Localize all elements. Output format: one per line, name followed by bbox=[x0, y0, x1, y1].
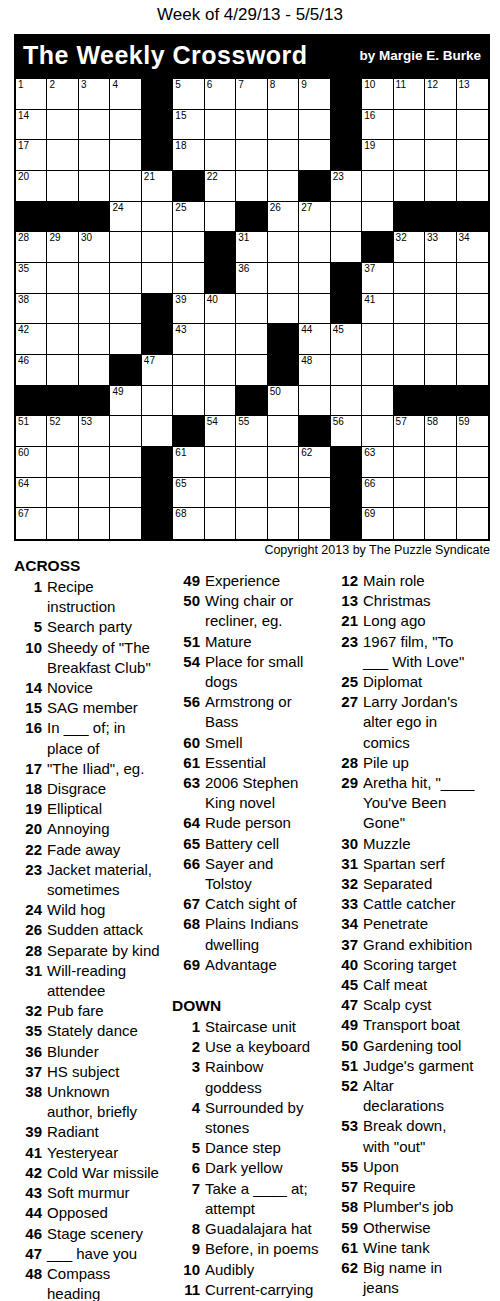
clue-number: 12 bbox=[330, 571, 358, 591]
cell-number: 38 bbox=[18, 295, 29, 305]
clue-number: 54 bbox=[172, 652, 200, 692]
grid-cell[interactable] bbox=[205, 508, 236, 539]
grid-cell[interactable] bbox=[47, 140, 78, 171]
clue-number: 51 bbox=[330, 1056, 358, 1076]
grid-cell[interactable]: 16 bbox=[362, 110, 393, 141]
grid-cell[interactable]: 46 bbox=[16, 355, 47, 386]
grid-cell[interactable]: 58 bbox=[425, 416, 456, 447]
grid-cell[interactable]: 48 bbox=[299, 355, 330, 386]
clue-across-69: 69Advantage bbox=[172, 955, 329, 975]
clue-column-3: 12Main role13Christmas21Long ago231967 f… bbox=[330, 555, 497, 1298]
grid-cell[interactable] bbox=[299, 263, 330, 294]
grid-cell[interactable] bbox=[173, 386, 204, 417]
cell-number: 10 bbox=[364, 80, 375, 90]
clue-number: 2 bbox=[172, 1037, 200, 1057]
clue-text: Calf meat bbox=[363, 975, 497, 995]
grid-cell[interactable] bbox=[299, 478, 330, 509]
cell-number: 3 bbox=[81, 80, 87, 90]
grid-cell[interactable]: 42 bbox=[16, 324, 47, 355]
grid-cell[interactable] bbox=[457, 140, 488, 171]
grid-cell[interactable]: 4 bbox=[110, 79, 141, 110]
grid-cell[interactable] bbox=[425, 171, 456, 202]
grid-cell-black bbox=[331, 508, 362, 539]
grid-cell[interactable]: 6 bbox=[205, 79, 236, 110]
grid-cell[interactable] bbox=[457, 110, 488, 141]
grid-cell[interactable]: 44 bbox=[299, 324, 330, 355]
grid-cell[interactable] bbox=[236, 478, 267, 509]
grid-cell[interactable] bbox=[394, 355, 425, 386]
clue-text: Current-carrying bbox=[205, 1280, 329, 1300]
grid-cell[interactable]: 51 bbox=[16, 416, 47, 447]
grid-cell[interactable] bbox=[268, 508, 299, 539]
clue-number: 6 bbox=[172, 1158, 200, 1178]
grid-cell[interactable] bbox=[299, 232, 330, 263]
grid-cell[interactable]: 25 bbox=[173, 202, 204, 233]
grid-cell[interactable] bbox=[205, 110, 236, 141]
grid-cell[interactable] bbox=[394, 508, 425, 539]
grid-cell[interactable]: 22 bbox=[205, 171, 236, 202]
grid-cell[interactable]: 7 bbox=[236, 79, 267, 110]
grid-cell[interactable] bbox=[110, 171, 141, 202]
cell-number: 2 bbox=[49, 80, 55, 90]
grid-cell[interactable] bbox=[142, 202, 173, 233]
grid-cell[interactable] bbox=[299, 294, 330, 325]
clue-number: 53 bbox=[330, 1116, 358, 1156]
clue-down-33: 33Cattle catcher bbox=[330, 894, 497, 914]
grid-cell[interactable]: 50 bbox=[268, 386, 299, 417]
grid-cell[interactable]: 55 bbox=[236, 416, 267, 447]
cell-number: 13 bbox=[459, 80, 470, 90]
grid-cell[interactable] bbox=[331, 232, 362, 263]
grid-cell[interactable]: 35 bbox=[16, 263, 47, 294]
grid-cell[interactable] bbox=[47, 508, 78, 539]
clue-down-57: 57Require bbox=[330, 1177, 497, 1197]
grid-cell-black bbox=[173, 416, 204, 447]
clue-across-35: 35Stately dance bbox=[14, 1021, 170, 1041]
grid-cell[interactable] bbox=[205, 386, 236, 417]
clue-across-54: 54Place for small dogs bbox=[172, 652, 329, 692]
clue-across-63: 632006 Stephen King novel bbox=[172, 773, 329, 813]
grid-cell[interactable] bbox=[79, 324, 110, 355]
grid-cell[interactable]: 8 bbox=[268, 79, 299, 110]
grid-cell[interactable] bbox=[236, 294, 267, 325]
grid-cell[interactable] bbox=[205, 140, 236, 171]
grid-cell[interactable] bbox=[457, 324, 488, 355]
grid-cell[interactable] bbox=[47, 355, 78, 386]
grid-cell[interactable] bbox=[425, 355, 456, 386]
clue-text: Unknown author, briefly bbox=[47, 1082, 170, 1122]
grid-cell[interactable] bbox=[331, 355, 362, 386]
clue-across-48: 48Compass heading bbox=[14, 1264, 170, 1301]
cell-number: 35 bbox=[18, 264, 29, 274]
grid-cell[interactable] bbox=[110, 263, 141, 294]
grid-cell[interactable] bbox=[79, 478, 110, 509]
grid-cell-black bbox=[79, 386, 110, 417]
grid-cell[interactable] bbox=[457, 263, 488, 294]
clue-number: 10 bbox=[14, 638, 42, 678]
grid-cell[interactable] bbox=[331, 386, 362, 417]
grid-cell-black bbox=[142, 140, 173, 171]
grid-cell-black bbox=[299, 416, 330, 447]
clue-number: 24 bbox=[14, 900, 42, 920]
grid-cell[interactable] bbox=[457, 447, 488, 478]
grid-cell[interactable] bbox=[362, 171, 393, 202]
grid-cell[interactable]: 57 bbox=[394, 416, 425, 447]
grid-cell[interactable] bbox=[47, 171, 78, 202]
clue-text: Before, in poems bbox=[205, 1239, 329, 1259]
grid-cell[interactable] bbox=[425, 478, 456, 509]
grid-cell[interactable] bbox=[236, 140, 267, 171]
grid-cell[interactable]: 60 bbox=[16, 447, 47, 478]
grid-cell[interactable] bbox=[205, 447, 236, 478]
clue-down-13: 13Christmas bbox=[330, 591, 497, 611]
grid-cell[interactable] bbox=[394, 447, 425, 478]
clue-number: 25 bbox=[330, 672, 358, 692]
clue-down-59: 59Otherwise bbox=[330, 1218, 497, 1238]
grid-cell[interactable]: 2 bbox=[47, 79, 78, 110]
grid-cell[interactable] bbox=[362, 324, 393, 355]
grid-cell[interactable]: 28 bbox=[16, 232, 47, 263]
cell-number: 40 bbox=[207, 295, 218, 305]
clue-down-50: 50Gardening tool bbox=[330, 1036, 497, 1056]
grid-cell-black bbox=[47, 386, 78, 417]
crossword-title: The Weekly Crossword bbox=[23, 41, 308, 70]
grid-cell[interactable]: 53 bbox=[79, 416, 110, 447]
grid-cell[interactable] bbox=[47, 324, 78, 355]
clue-down-8: 8Guadalajara hat bbox=[172, 1219, 329, 1239]
grid-cell[interactable] bbox=[394, 171, 425, 202]
grid-cell-black bbox=[425, 386, 456, 417]
grid-cell[interactable] bbox=[268, 416, 299, 447]
grid-cell[interactable] bbox=[457, 355, 488, 386]
grid-cell[interactable] bbox=[457, 508, 488, 539]
clue-text: Transport boat bbox=[363, 1015, 497, 1035]
grid-cell[interactable] bbox=[236, 355, 267, 386]
clue-text: Scoring target bbox=[363, 955, 497, 975]
clue-across-15: 15SAG member bbox=[14, 698, 170, 718]
clue-text: Separated bbox=[363, 874, 497, 894]
grid-cell[interactable] bbox=[299, 140, 330, 171]
grid-cell[interactable] bbox=[142, 386, 173, 417]
clue-text: Otherwise bbox=[363, 1218, 497, 1238]
grid-cell[interactable] bbox=[47, 294, 78, 325]
grid-cell[interactable] bbox=[110, 416, 141, 447]
grid-cell[interactable] bbox=[394, 478, 425, 509]
grid-cell[interactable]: 17 bbox=[16, 140, 47, 171]
grid-cell[interactable] bbox=[331, 202, 362, 233]
grid-cell[interactable] bbox=[205, 324, 236, 355]
grid-cell[interactable]: 33 bbox=[425, 232, 456, 263]
clue-text: Stage scenery bbox=[47, 1224, 170, 1244]
grid-cell[interactable] bbox=[268, 263, 299, 294]
grid-cell[interactable]: 3 bbox=[79, 79, 110, 110]
grid-cell[interactable]: 13 bbox=[457, 79, 488, 110]
grid-cell[interactable] bbox=[47, 447, 78, 478]
grid-cell[interactable] bbox=[79, 171, 110, 202]
grid-cell-black bbox=[142, 294, 173, 325]
grid-cell[interactable]: 10 bbox=[362, 79, 393, 110]
grid-cell[interactable] bbox=[236, 508, 267, 539]
grid-cell[interactable] bbox=[110, 447, 141, 478]
grid-cell[interactable]: 61 bbox=[173, 447, 204, 478]
cell-number: 9 bbox=[301, 80, 307, 90]
clue-text: Diplomat bbox=[363, 672, 497, 692]
grid-cell-black bbox=[331, 447, 362, 478]
clue-down-52: 52Altar declarations bbox=[330, 1076, 497, 1116]
across-header: ACROSS bbox=[14, 555, 170, 577]
clue-number: 33 bbox=[330, 894, 358, 914]
grid-cell[interactable]: 24 bbox=[110, 202, 141, 233]
clue-number: 56 bbox=[172, 692, 200, 732]
cell-number: 57 bbox=[396, 417, 407, 427]
clue-text: Gardening tool bbox=[363, 1036, 497, 1056]
grid-cell[interactable]: 47 bbox=[142, 355, 173, 386]
grid-cell[interactable]: 20 bbox=[16, 171, 47, 202]
grid-cell[interactable]: 67 bbox=[16, 508, 47, 539]
grid-cell[interactable] bbox=[79, 508, 110, 539]
grid-cell[interactable] bbox=[425, 447, 456, 478]
grid-cell[interactable]: 23 bbox=[331, 171, 362, 202]
grid-cell[interactable]: 1 bbox=[16, 79, 47, 110]
clue-across-43: 43Soft murmur bbox=[14, 1183, 170, 1203]
grid-cell[interactable] bbox=[362, 416, 393, 447]
clue-text: Plumber's job bbox=[363, 1197, 497, 1217]
clue-number: 50 bbox=[172, 591, 200, 631]
clue-number: 38 bbox=[14, 1082, 42, 1122]
grid-cell[interactable] bbox=[205, 355, 236, 386]
clue-text: Require bbox=[363, 1177, 497, 1197]
grid-cell[interactable] bbox=[425, 140, 456, 171]
clue-number: 23 bbox=[14, 860, 42, 900]
grid-cell[interactable]: 59 bbox=[457, 416, 488, 447]
grid-cell[interactable]: 68 bbox=[173, 508, 204, 539]
grid-cell[interactable] bbox=[268, 294, 299, 325]
clue-number: 32 bbox=[330, 874, 358, 894]
grid-cell[interactable]: 52 bbox=[47, 416, 78, 447]
grid-cell[interactable] bbox=[394, 294, 425, 325]
cell-number: 30 bbox=[81, 233, 92, 243]
grid-cell-black bbox=[142, 508, 173, 539]
grid-cell[interactable] bbox=[173, 232, 204, 263]
grid-cell[interactable]: 32 bbox=[394, 232, 425, 263]
cell-number: 20 bbox=[18, 172, 29, 182]
clue-across-24: 24Wild hog bbox=[14, 900, 170, 920]
grid-cell[interactable]: 69 bbox=[362, 508, 393, 539]
grid-cell[interactable] bbox=[205, 478, 236, 509]
grid-cell[interactable] bbox=[394, 263, 425, 294]
grid-cell[interactable] bbox=[236, 447, 267, 478]
clue-text: Battery cell bbox=[205, 834, 329, 854]
grid-cell[interactable]: 31 bbox=[236, 232, 267, 263]
clue-text: HS subject bbox=[47, 1062, 170, 1082]
grid-cell[interactable] bbox=[79, 294, 110, 325]
clue-number: 16 bbox=[14, 718, 42, 758]
clue-text: Altar declarations bbox=[363, 1076, 497, 1116]
grid-cell[interactable]: 29 bbox=[47, 232, 78, 263]
clue-number: 49 bbox=[172, 571, 200, 591]
grid-cell[interactable] bbox=[457, 171, 488, 202]
grid-cell[interactable] bbox=[79, 447, 110, 478]
cell-number: 44 bbox=[301, 325, 312, 335]
grid-cell-black bbox=[268, 324, 299, 355]
grid-cell[interactable] bbox=[142, 416, 173, 447]
clue-text: Advantage bbox=[205, 955, 329, 975]
grid-cell[interactable]: 43 bbox=[173, 324, 204, 355]
grid-cell[interactable]: 9 bbox=[299, 79, 330, 110]
grid-cell[interactable]: 36 bbox=[236, 263, 267, 294]
clue-text: Scalp cyst bbox=[363, 995, 497, 1015]
grid-cell[interactable]: 37 bbox=[362, 263, 393, 294]
clue-text: Yesteryear bbox=[47, 1143, 170, 1163]
grid-cell[interactable] bbox=[425, 263, 456, 294]
grid-cell[interactable]: 66 bbox=[362, 478, 393, 509]
clue-across-10: 10Sheedy of "The Breakfast Club" bbox=[14, 638, 170, 678]
grid-cell[interactable] bbox=[79, 263, 110, 294]
grid-cell[interactable] bbox=[110, 140, 141, 171]
clue-text: Judge's garment bbox=[363, 1056, 497, 1076]
grid-cell-black bbox=[47, 202, 78, 233]
grid-cell[interactable] bbox=[362, 202, 393, 233]
grid-cell[interactable] bbox=[236, 171, 267, 202]
cell-number: 14 bbox=[18, 111, 29, 121]
grid-cell[interactable]: 19 bbox=[362, 140, 393, 171]
grid-cell[interactable] bbox=[205, 202, 236, 233]
grid-cell[interactable] bbox=[79, 110, 110, 141]
clue-down-51: 51Judge's garment bbox=[330, 1056, 497, 1076]
clue-text: Cold War missile bbox=[47, 1163, 170, 1183]
clue-number: 17 bbox=[14, 759, 42, 779]
cell-number: 22 bbox=[207, 172, 218, 182]
clue-down-3: 3Rainbow goddess bbox=[172, 1057, 329, 1097]
grid-cell[interactable] bbox=[299, 508, 330, 539]
clue-across-68: 68Plains Indians dwelling bbox=[172, 914, 329, 954]
grid-cell[interactable] bbox=[362, 355, 393, 386]
grid-cell[interactable] bbox=[236, 324, 267, 355]
grid-cell[interactable]: 18 bbox=[173, 140, 204, 171]
grid-cell[interactable] bbox=[110, 232, 141, 263]
clue-text: Grand exhibition bbox=[363, 935, 497, 955]
grid-cell[interactable]: 34 bbox=[457, 232, 488, 263]
grid-cell[interactable] bbox=[173, 263, 204, 294]
clue-down-61: 61Wine tank bbox=[330, 1238, 497, 1258]
clue-across-28: 28Separate by kind bbox=[14, 941, 170, 961]
grid-cell[interactable]: 11 bbox=[394, 79, 425, 110]
grid-cell[interactable] bbox=[362, 386, 393, 417]
grid-cell[interactable]: 64 bbox=[16, 478, 47, 509]
grid-cell-black bbox=[331, 294, 362, 325]
clue-down-30: 30Muzzle bbox=[330, 834, 497, 854]
clue-across-42: 42Cold War missile bbox=[14, 1163, 170, 1183]
clue-text: Dance step bbox=[205, 1138, 329, 1158]
grid-cell[interactable] bbox=[457, 294, 488, 325]
clue-text: Elliptical bbox=[47, 799, 170, 819]
clue-text: Smell bbox=[205, 733, 329, 753]
grid-cell[interactable] bbox=[425, 294, 456, 325]
grid-cell[interactable]: 15 bbox=[173, 110, 204, 141]
grid-cell[interactable] bbox=[110, 478, 141, 509]
grid-cell[interactable] bbox=[425, 508, 456, 539]
grid-cell[interactable] bbox=[110, 508, 141, 539]
grid-cell[interactable] bbox=[394, 110, 425, 141]
cell-number: 56 bbox=[333, 417, 344, 427]
grid-cell[interactable] bbox=[268, 447, 299, 478]
grid-cell[interactable]: 49 bbox=[110, 386, 141, 417]
grid-cell[interactable]: 26 bbox=[268, 202, 299, 233]
grid-cell[interactable] bbox=[425, 110, 456, 141]
grid-cell[interactable] bbox=[394, 324, 425, 355]
grid-cell[interactable] bbox=[268, 478, 299, 509]
clue-across-44: 44Opposed bbox=[14, 1203, 170, 1223]
grid-cell[interactable] bbox=[110, 110, 141, 141]
cell-number: 66 bbox=[364, 479, 375, 489]
clue-text: "The Iliad", eg. bbox=[47, 759, 170, 779]
clue-down-58: 58Plumber's job bbox=[330, 1197, 497, 1217]
grid-cell[interactable]: 63 bbox=[362, 447, 393, 478]
grid-cell[interactable] bbox=[47, 478, 78, 509]
grid-cell[interactable]: 12 bbox=[425, 79, 456, 110]
grid-cell[interactable] bbox=[299, 386, 330, 417]
grid-cell[interactable]: 30 bbox=[79, 232, 110, 263]
grid-cell[interactable] bbox=[268, 140, 299, 171]
grid-cell[interactable] bbox=[268, 232, 299, 263]
grid-cell[interactable] bbox=[110, 294, 141, 325]
grid-cell[interactable]: 27 bbox=[299, 202, 330, 233]
grid-cell[interactable] bbox=[173, 355, 204, 386]
grid-cell[interactable]: 65 bbox=[173, 478, 204, 509]
grid-cell[interactable] bbox=[142, 232, 173, 263]
cell-number: 50 bbox=[270, 387, 281, 397]
grid-cell-black bbox=[331, 263, 362, 294]
grid-cell[interactable] bbox=[79, 355, 110, 386]
grid-cell[interactable]: 39 bbox=[173, 294, 204, 325]
grid-cell[interactable]: 41 bbox=[362, 294, 393, 325]
cell-number: 4 bbox=[112, 80, 118, 90]
grid-cell[interactable]: 45 bbox=[331, 324, 362, 355]
grid-cell[interactable]: 54 bbox=[205, 416, 236, 447]
grid-cell[interactable] bbox=[457, 478, 488, 509]
clue-text: Take a ____ at; attempt bbox=[205, 1179, 329, 1219]
cell-number: 59 bbox=[459, 417, 470, 427]
grid-cell[interactable] bbox=[268, 110, 299, 141]
clue-down-11: 11Current-carrying bbox=[172, 1280, 329, 1300]
clue-down-49: 49Transport boat bbox=[330, 1015, 497, 1035]
clue-down-23: 231967 film, "To ___ With Love" bbox=[330, 632, 497, 672]
grid-cell[interactable]: 14 bbox=[16, 110, 47, 141]
grid-cell[interactable]: 38 bbox=[16, 294, 47, 325]
grid-cell[interactable]: 21 bbox=[142, 171, 173, 202]
clue-text: Search party bbox=[47, 617, 170, 637]
clue-number: 13 bbox=[330, 591, 358, 611]
grid-cell[interactable] bbox=[142, 263, 173, 294]
clue-across-56: 56Armstrong or Bass bbox=[172, 692, 329, 732]
grid-cell[interactable] bbox=[394, 140, 425, 171]
grid-cell[interactable]: 5 bbox=[173, 79, 204, 110]
grid-cell[interactable]: 62 bbox=[299, 447, 330, 478]
grid-cell[interactable] bbox=[425, 324, 456, 355]
grid-cell[interactable] bbox=[236, 110, 267, 141]
grid-cell[interactable] bbox=[268, 171, 299, 202]
grid-cell[interactable]: 56 bbox=[331, 416, 362, 447]
grid-cell[interactable] bbox=[110, 324, 141, 355]
grid-cell[interactable] bbox=[79, 140, 110, 171]
grid-cell[interactable] bbox=[47, 263, 78, 294]
grid-cell[interactable]: 40 bbox=[205, 294, 236, 325]
clue-text: SAG member bbox=[47, 698, 170, 718]
grid-cell[interactable] bbox=[47, 110, 78, 141]
clue-text: Pile up bbox=[363, 753, 497, 773]
clue-number: 9 bbox=[172, 1239, 200, 1259]
grid-cell[interactable] bbox=[299, 110, 330, 141]
